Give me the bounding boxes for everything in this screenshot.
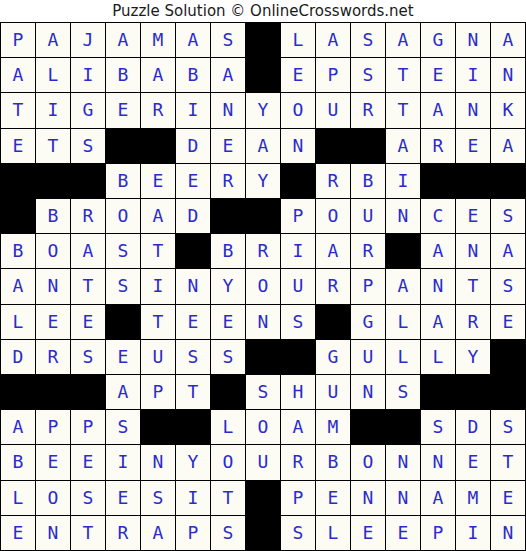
- block-cell: [246, 340, 280, 374]
- letter-cell: I: [456, 58, 490, 92]
- letter-cell: S: [211, 516, 245, 550]
- letter-cell: E: [281, 58, 315, 92]
- block-cell: [71, 375, 105, 409]
- letter-cell: H: [281, 375, 315, 409]
- letter-cell: A: [421, 305, 455, 339]
- letter-cell: R: [36, 340, 70, 374]
- letter-cell: N: [386, 445, 420, 479]
- block-cell: [316, 129, 350, 163]
- letter-cell: A: [1, 410, 35, 444]
- letter-cell: R: [106, 516, 140, 550]
- letter-cell: N: [141, 445, 175, 479]
- letter-cell: E: [1, 516, 35, 550]
- block-cell: [1, 375, 35, 409]
- block-cell: [141, 410, 175, 444]
- letter-cell: A: [176, 23, 210, 57]
- letter-cell: L: [1, 305, 35, 339]
- letter-cell: A: [246, 129, 280, 163]
- letter-cell: N: [351, 375, 385, 409]
- block-cell: [246, 199, 280, 233]
- letter-cell: S: [71, 340, 105, 374]
- letter-cell: I: [141, 269, 175, 303]
- letter-cell: A: [491, 23, 525, 57]
- letter-cell: A: [316, 234, 350, 268]
- letter-cell: N: [491, 58, 525, 92]
- letter-cell: S: [281, 305, 315, 339]
- letter-cell: Y: [211, 269, 245, 303]
- letter-cell: N: [421, 269, 455, 303]
- letter-cell: E: [456, 129, 490, 163]
- letter-cell: P: [421, 516, 455, 550]
- letter-cell: R: [71, 199, 105, 233]
- letter-cell: T: [71, 269, 105, 303]
- letter-cell: B: [211, 234, 245, 268]
- letter-cell: A: [491, 129, 525, 163]
- letter-cell: E: [386, 516, 420, 550]
- letter-cell: A: [421, 93, 455, 127]
- letter-cell: E: [71, 445, 105, 479]
- letter-cell: P: [36, 410, 70, 444]
- block-cell: [141, 129, 175, 163]
- letter-cell: U: [351, 199, 385, 233]
- letter-cell: I: [281, 234, 315, 268]
- page-title: Puzzle Solution © OnlineCrosswords.net: [112, 2, 413, 20]
- letter-cell: P: [351, 269, 385, 303]
- letter-cell: B: [1, 445, 35, 479]
- letter-cell: E: [421, 58, 455, 92]
- letter-cell: E: [491, 305, 525, 339]
- letter-cell: B: [106, 58, 140, 92]
- letter-cell: S: [246, 375, 280, 409]
- block-cell: [281, 164, 315, 198]
- letter-cell: N: [176, 269, 210, 303]
- letter-cell: U: [281, 269, 315, 303]
- letter-cell: N: [421, 445, 455, 479]
- block-cell: [106, 305, 140, 339]
- letter-cell: O: [351, 445, 385, 479]
- letter-cell: B: [316, 445, 350, 479]
- letter-cell: A: [421, 234, 455, 268]
- letter-cell: A: [71, 234, 105, 268]
- letter-cell: A: [421, 481, 455, 515]
- letter-cell: N: [36, 516, 70, 550]
- letter-cell: E: [211, 305, 245, 339]
- letter-cell: E: [1, 129, 35, 163]
- letter-cell: N: [211, 93, 245, 127]
- letter-cell: U: [351, 340, 385, 374]
- letter-cell: N: [386, 481, 420, 515]
- letter-cell: T: [141, 305, 175, 339]
- letter-cell: Y: [456, 340, 490, 374]
- letter-cell: A: [36, 23, 70, 57]
- block-cell: [1, 164, 35, 198]
- letter-cell: A: [281, 410, 315, 444]
- letter-cell: S: [106, 234, 140, 268]
- letter-cell: B: [351, 164, 385, 198]
- letter-cell: T: [491, 445, 525, 479]
- letter-cell: P: [141, 375, 175, 409]
- letter-cell: A: [211, 58, 245, 92]
- letter-cell: S: [141, 481, 175, 515]
- letter-cell: A: [106, 375, 140, 409]
- letter-cell: Y: [246, 93, 280, 127]
- letter-cell: T: [71, 516, 105, 550]
- letter-cell: T: [36, 129, 70, 163]
- letter-cell: D: [176, 199, 210, 233]
- block-cell: [491, 375, 525, 409]
- letter-cell: R: [421, 129, 455, 163]
- letter-cell: E: [106, 340, 140, 374]
- block-cell: [1, 199, 35, 233]
- letter-cell: T: [456, 269, 490, 303]
- letter-cell: I: [176, 93, 210, 127]
- letter-cell: A: [491, 234, 525, 268]
- letter-cell: R: [246, 234, 280, 268]
- letter-cell: B: [176, 58, 210, 92]
- block-cell: [176, 410, 210, 444]
- letter-cell: N: [246, 305, 280, 339]
- letter-cell: O: [246, 410, 280, 444]
- letter-cell: A: [386, 23, 420, 57]
- block-cell: [386, 234, 420, 268]
- letter-cell: O: [246, 269, 280, 303]
- letter-cell: P: [316, 58, 350, 92]
- letter-cell: S: [71, 481, 105, 515]
- letter-cell: N: [491, 516, 525, 550]
- letter-cell: L: [281, 23, 315, 57]
- block-cell: [211, 199, 245, 233]
- block-cell: [246, 58, 280, 92]
- letter-cell: E: [351, 516, 385, 550]
- crossword-grid: PAJAMASLASAGNAALIBABAEPSTEINTIGERINYOURT…: [0, 22, 526, 551]
- letter-cell: T: [386, 93, 420, 127]
- letter-cell: E: [491, 481, 525, 515]
- letter-cell: O: [211, 445, 245, 479]
- letter-cell: P: [176, 516, 210, 550]
- letter-cell: E: [456, 199, 490, 233]
- letter-cell: R: [351, 234, 385, 268]
- letter-cell: G: [316, 340, 350, 374]
- letter-cell: S: [71, 129, 105, 163]
- letter-cell: A: [106, 23, 140, 57]
- letter-cell: O: [106, 199, 140, 233]
- letter-cell: S: [421, 410, 455, 444]
- letter-cell: U: [316, 93, 350, 127]
- letter-cell: L: [421, 340, 455, 374]
- letter-cell: R: [211, 164, 245, 198]
- letter-cell: S: [211, 340, 245, 374]
- letter-cell: R: [351, 93, 385, 127]
- letter-cell: E: [211, 129, 245, 163]
- letter-cell: D: [176, 129, 210, 163]
- letter-cell: S: [491, 199, 525, 233]
- block-cell: [456, 375, 490, 409]
- letter-cell: A: [141, 199, 175, 233]
- letter-cell: U: [141, 340, 175, 374]
- block-cell: [421, 375, 455, 409]
- letter-cell: R: [316, 269, 350, 303]
- block-cell: [176, 234, 210, 268]
- letter-cell: E: [71, 305, 105, 339]
- letter-cell: A: [141, 516, 175, 550]
- letter-cell: S: [491, 269, 525, 303]
- letter-cell: L: [211, 410, 245, 444]
- block-cell: [246, 516, 280, 550]
- letter-cell: N: [456, 23, 490, 57]
- block-cell: [71, 164, 105, 198]
- letter-cell: L: [386, 305, 420, 339]
- letter-cell: S: [106, 410, 140, 444]
- block-cell: [246, 481, 280, 515]
- letter-cell: A: [386, 269, 420, 303]
- letter-cell: L: [386, 340, 420, 374]
- letter-cell: N: [456, 234, 490, 268]
- letter-cell: G: [421, 23, 455, 57]
- letter-cell: R: [141, 93, 175, 127]
- letter-cell: D: [456, 410, 490, 444]
- letter-cell: O: [36, 481, 70, 515]
- letter-cell: I: [71, 58, 105, 92]
- letter-cell: E: [36, 305, 70, 339]
- block-cell: [421, 164, 455, 198]
- letter-cell: E: [176, 164, 210, 198]
- letter-cell: I: [36, 93, 70, 127]
- letter-cell: N: [351, 481, 385, 515]
- block-cell: [351, 129, 385, 163]
- letter-cell: Y: [246, 164, 280, 198]
- letter-cell: U: [316, 375, 350, 409]
- letter-cell: N: [386, 199, 420, 233]
- letter-cell: P: [281, 481, 315, 515]
- letter-cell: K: [491, 93, 525, 127]
- letter-cell: E: [106, 481, 140, 515]
- letter-cell: N: [456, 93, 490, 127]
- letter-cell: E: [456, 445, 490, 479]
- block-cell: [36, 164, 70, 198]
- letter-cell: S: [176, 340, 210, 374]
- letter-cell: I: [106, 445, 140, 479]
- letter-cell: G: [71, 93, 105, 127]
- block-cell: [386, 410, 420, 444]
- letter-cell: L: [1, 481, 35, 515]
- letter-cell: P: [71, 410, 105, 444]
- letter-cell: L: [36, 58, 70, 92]
- letter-cell: L: [316, 516, 350, 550]
- letter-cell: T: [211, 481, 245, 515]
- title-bar: Puzzle Solution © OnlineCrosswords.net: [0, 0, 526, 22]
- letter-cell: G: [351, 305, 385, 339]
- letter-cell: R: [316, 164, 350, 198]
- letter-cell: A: [386, 129, 420, 163]
- letter-cell: O: [36, 234, 70, 268]
- letter-cell: P: [1, 23, 35, 57]
- letter-cell: E: [141, 164, 175, 198]
- letter-cell: P: [281, 199, 315, 233]
- letter-cell: S: [351, 58, 385, 92]
- letter-cell: E: [36, 445, 70, 479]
- block-cell: [491, 164, 525, 198]
- letter-cell: E: [176, 305, 210, 339]
- letter-cell: S: [281, 516, 315, 550]
- letter-cell: A: [316, 23, 350, 57]
- letter-cell: S: [106, 269, 140, 303]
- letter-cell: J: [71, 23, 105, 57]
- letter-cell: Y: [176, 445, 210, 479]
- letter-cell: E: [316, 481, 350, 515]
- letter-cell: R: [281, 445, 315, 479]
- letter-cell: T: [176, 375, 210, 409]
- block-cell: [211, 375, 245, 409]
- letter-cell: S: [211, 23, 245, 57]
- block-cell: [316, 305, 350, 339]
- block-cell: [281, 340, 315, 374]
- letter-cell: I: [176, 481, 210, 515]
- letter-cell: O: [316, 199, 350, 233]
- letter-cell: M: [141, 23, 175, 57]
- letter-cell: E: [106, 93, 140, 127]
- letter-cell: A: [1, 58, 35, 92]
- letter-cell: M: [456, 481, 490, 515]
- block-cell: [106, 129, 140, 163]
- letter-cell: T: [141, 234, 175, 268]
- letter-cell: S: [386, 375, 420, 409]
- block-cell: [456, 164, 490, 198]
- letter-cell: A: [1, 269, 35, 303]
- block-cell: [351, 410, 385, 444]
- letter-cell: O: [281, 93, 315, 127]
- letter-cell: B: [106, 164, 140, 198]
- letter-cell: R: [456, 305, 490, 339]
- block-cell: [36, 375, 70, 409]
- letter-cell: I: [456, 516, 490, 550]
- letter-cell: I: [386, 164, 420, 198]
- letter-cell: S: [351, 23, 385, 57]
- letter-cell: N: [281, 129, 315, 163]
- letter-cell: C: [421, 199, 455, 233]
- letter-cell: B: [1, 234, 35, 268]
- letter-cell: N: [36, 269, 70, 303]
- letter-cell: D: [1, 340, 35, 374]
- letter-cell: A: [141, 58, 175, 92]
- block-cell: [246, 23, 280, 57]
- letter-cell: T: [386, 58, 420, 92]
- letter-cell: B: [36, 199, 70, 233]
- letter-cell: U: [246, 445, 280, 479]
- letter-cell: S: [491, 410, 525, 444]
- block-cell: [491, 340, 525, 374]
- letter-cell: T: [1, 93, 35, 127]
- letter-cell: M: [316, 410, 350, 444]
